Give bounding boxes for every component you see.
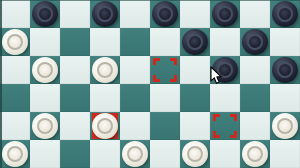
board-cell-c9-r0[interactable] [270,0,300,28]
black-checker[interactable] [242,29,268,55]
checker-core [161,10,169,18]
board-cell-c5-r2[interactable] [150,56,180,84]
checker-core [11,38,19,46]
board-cell-c1-r0[interactable] [30,0,60,28]
board-cell-c5-r4[interactable] [150,112,180,140]
board-cell-c8-r0 [240,0,270,28]
move-target-corner [170,75,177,82]
mouse-cursor [210,66,222,85]
board-cell-c2-r2 [60,56,90,84]
board-cell-c7-r5 [210,140,240,168]
checker-core [101,10,109,18]
black-checker[interactable] [272,57,298,83]
white-checker[interactable] [92,57,118,83]
board-cell-c7-r1 [210,28,240,56]
black-checker[interactable] [152,1,178,27]
checker-core [251,38,259,46]
board-cell-c2-r1[interactable] [60,28,90,56]
board-cell-c0-r4 [0,112,30,140]
black-checker[interactable] [92,1,118,27]
board-cell-c0-r3[interactable] [0,84,30,112]
white-checker[interactable] [32,57,58,83]
board-cell-c5-r1 [150,28,180,56]
white-checker[interactable] [242,141,268,167]
move-target-corner [230,114,237,121]
move-target-marker[interactable] [153,58,177,82]
board-cell-c1-r1 [30,28,60,56]
board-cell-c3-r1 [90,28,120,56]
board-cell-c6-r5[interactable] [180,140,210,168]
board-cell-c1-r2[interactable] [30,56,60,84]
board-cell-c6-r1[interactable] [180,28,210,56]
checker-core [101,122,109,130]
move-target-corner [153,58,160,65]
board-cell-c3-r0[interactable] [90,0,120,28]
board-cell-c1-r3 [30,84,60,112]
board-cell-c4-r0 [120,0,150,28]
board-cell-c8-r2 [240,56,270,84]
white-checker[interactable] [2,141,28,167]
board-cell-c9-r1 [270,28,300,56]
black-checker[interactable] [212,1,238,27]
board-cell-c6-r3[interactable] [180,84,210,112]
board-cell-c5-r5 [150,140,180,168]
board-cell-c0-r5[interactable] [0,140,30,168]
board-cell-c1-r5 [30,140,60,168]
board-cell-c0-r0 [0,0,30,28]
checker-core [191,38,199,46]
board-cell-c3-r2[interactable] [90,56,120,84]
checker-core [191,150,199,158]
board-cell-c8-r5[interactable] [240,140,270,168]
checker-core [41,66,49,74]
checker-core [41,122,49,130]
checker-core [101,66,109,74]
board-cell-c4-r3[interactable] [120,84,150,112]
white-checker[interactable] [122,141,148,167]
checker-core [281,122,289,130]
board-cell-c3-r5 [90,140,120,168]
move-target-corner [213,114,220,121]
board-cell-c2-r3[interactable] [60,84,90,112]
checkers-board-screen [0,0,300,168]
board-cell-c8-r3[interactable] [240,84,270,112]
move-target-corner [213,131,220,138]
move-target-corner [230,131,237,138]
move-target-corner [170,58,177,65]
checker-core [281,66,289,74]
white-checker[interactable] [182,141,208,167]
board-cell-c6-r4 [180,112,210,140]
black-checker[interactable] [272,1,298,27]
checker-core [221,10,229,18]
checker-core [251,150,259,158]
move-target-marker[interactable] [213,114,237,138]
board-cell-c9-r3 [270,84,300,112]
move-target-corner [153,75,160,82]
white-checker[interactable] [32,113,58,139]
checker-core [41,10,49,18]
board-cell-c4-r4 [120,112,150,140]
board-cell-c9-r2[interactable] [270,56,300,84]
board-cell-c7-r3 [210,84,240,112]
white-checker[interactable] [272,113,298,139]
checker-core [221,66,229,74]
board-cell-c4-r1[interactable] [120,28,150,56]
board-cell-c9-r4[interactable] [270,112,300,140]
board-cell-c5-r0[interactable] [150,0,180,28]
black-checker[interactable] [32,1,58,27]
board-cell-c6-r0 [180,0,210,28]
checker-core [11,150,19,158]
board-cell-c6-r2 [180,56,210,84]
board-cell-c8-r1[interactable] [240,28,270,56]
board-cell-c7-r4[interactable] [210,112,240,140]
board-cell-c8-r4 [240,112,270,140]
board-cell-c2-r4 [60,112,90,140]
white-checker[interactable] [2,29,28,55]
white-checker[interactable] [92,113,118,139]
board-cell-c3-r3 [90,84,120,112]
board-cell-c4-r2 [120,56,150,84]
board-cell-c3-r4[interactable] [90,112,120,140]
black-checker[interactable] [182,29,208,55]
checker-core [131,150,139,158]
board-cell-c2-r0 [60,0,90,28]
board-cell-c0-r1[interactable] [0,28,30,56]
board [0,0,300,168]
checker-core [281,10,289,18]
board-cell-c5-r3 [150,84,180,112]
board-cell-c1-r4[interactable] [30,112,60,140]
board-cell-c2-r5[interactable] [60,140,90,168]
board-cell-c4-r5[interactable] [120,140,150,168]
board-cell-c7-r0[interactable] [210,0,240,28]
board-cell-c9-r5 [270,140,300,168]
board-cell-c0-r2 [0,56,30,84]
